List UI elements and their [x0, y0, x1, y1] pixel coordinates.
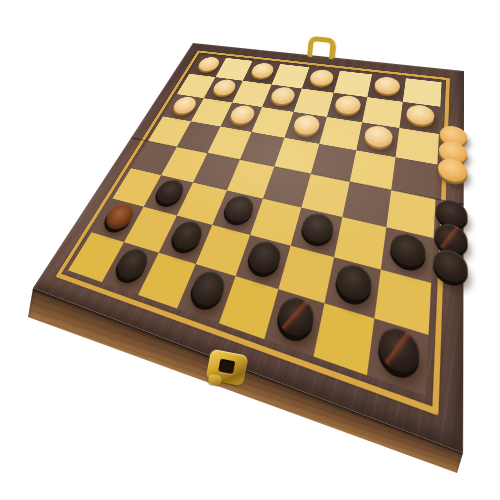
piece-face [334, 261, 374, 304]
tray-piece-dark-3[interactable] [432, 250, 467, 289]
piece-face [389, 231, 427, 271]
piece-light-e3[interactable] [291, 116, 322, 139]
piece-face [245, 238, 284, 276]
piece-light-f2[interactable] [333, 97, 362, 118]
piece-dark-g7[interactable] [333, 265, 374, 309]
piece-dark-f6[interactable] [298, 214, 335, 250]
piece-dark-a7[interactable] [99, 204, 136, 235]
piece-light-c1[interactable] [248, 64, 275, 81]
piece-face [269, 86, 297, 105]
piece-dark-e7[interactable] [243, 242, 283, 281]
brass-clasp-icon [205, 349, 248, 387]
piece-face [333, 94, 362, 115]
piece-face [274, 293, 317, 341]
piece-dark-d8[interactable] [185, 272, 227, 315]
piece-dark-c7[interactable] [166, 222, 205, 257]
piece-face [363, 124, 394, 149]
piece-light-a3[interactable] [169, 98, 198, 118]
piece-dark-h8[interactable] [376, 328, 420, 384]
piece-face [101, 201, 138, 232]
piece-light-b2[interactable] [209, 80, 237, 98]
piece-face [373, 76, 401, 96]
piece-face [377, 323, 421, 378]
piece-face [249, 62, 276, 79]
piece-face [406, 104, 435, 127]
piece-face [221, 193, 257, 225]
piece-face [228, 104, 258, 125]
piece-face [299, 211, 336, 246]
piece-light-h2[interactable] [405, 106, 434, 129]
piece-light-g1[interactable] [373, 78, 401, 98]
clasp-keyhole [218, 359, 235, 375]
piece-face [308, 69, 335, 87]
piece-face [170, 96, 199, 115]
piece-light-e1[interactable] [307, 71, 334, 89]
piece-face [152, 178, 187, 207]
piece-light-d2[interactable] [268, 88, 297, 108]
piece-dark-b6[interactable] [151, 180, 187, 209]
piece-dark-f8[interactable] [273, 298, 316, 346]
piece-light-c3[interactable] [226, 106, 256, 127]
piece-light-g3[interactable] [362, 127, 393, 152]
piece-face [187, 268, 229, 310]
piece-face [112, 245, 153, 282]
piece-face [291, 114, 321, 137]
piece-dark-h6[interactable] [388, 234, 426, 274]
piece-dark-d6[interactable] [220, 196, 256, 228]
product-photo-scene [0, 0, 500, 500]
clasp-loop [208, 374, 223, 386]
piece-face [196, 56, 222, 72]
piece-face [210, 79, 238, 97]
piece-light-a1[interactable] [195, 58, 221, 74]
tray-piece-light-3[interactable] [437, 160, 467, 187]
piece-dark-b8[interactable] [110, 249, 151, 287]
piece-face [168, 218, 206, 252]
brass-hinge-icon [307, 36, 336, 60]
